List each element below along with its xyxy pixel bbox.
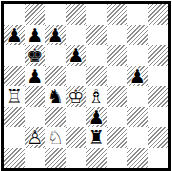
piece-halo: ♜ [4,86,25,107]
square-h5[interactable] [148,66,169,87]
piece-glyph-p: ♟ [66,45,87,66]
square-e7[interactable] [86,25,107,46]
piece-glyph-N: ♘ [45,127,66,148]
square-b6-black-piece-k[interactable]: ♚♚ [25,45,46,66]
square-b8[interactable] [25,4,46,25]
square-f3[interactable] [107,107,128,128]
square-a7-black-piece-p[interactable]: ♟♟ [4,25,25,46]
piece-glyph-B: ♗ [86,86,107,107]
square-c3[interactable] [45,107,66,128]
square-f5[interactable] [107,66,128,87]
square-g2[interactable] [127,127,148,148]
square-d3[interactable] [66,107,87,128]
square-g1[interactable] [127,148,148,169]
square-b1[interactable] [25,148,46,169]
piece-glyph-p: ♟ [45,25,66,46]
piece-halo: ♟ [25,25,46,46]
square-a3[interactable] [4,107,25,128]
piece-glyph-p: ♟ [4,25,25,46]
square-d8[interactable] [66,4,87,25]
piece-halo: ♟ [25,127,46,148]
square-c4-black-piece-n[interactable]: ♞♞ [45,86,66,107]
square-b5-black-piece-p[interactable]: ♟♟ [25,66,46,87]
piece-glyph-r: ♜ [86,127,107,148]
square-b7-black-piece-p[interactable]: ♟♟ [25,25,46,46]
square-a5[interactable] [4,66,25,87]
square-b4[interactable] [25,86,46,107]
square-f1[interactable] [107,148,128,169]
square-e5[interactable] [86,66,107,87]
piece-halo: ♟ [45,25,66,46]
square-f6[interactable] [107,45,128,66]
square-e1[interactable] [86,148,107,169]
piece-halo: ♟ [86,107,107,128]
square-d2[interactable] [66,127,87,148]
piece-halo: ♝ [86,86,107,107]
piece-glyph-n: ♞ [45,86,66,107]
square-h7[interactable] [148,25,169,46]
square-g6[interactable] [127,45,148,66]
square-g5-black-piece-p[interactable]: ♟♟ [127,66,148,87]
square-b2-white-piece-P[interactable]: ♟♙ [25,127,46,148]
square-a8[interactable] [4,4,25,25]
square-e4-white-piece-B[interactable]: ♝♗ [86,86,107,107]
square-b3[interactable] [25,107,46,128]
piece-glyph-k: ♚ [25,45,46,66]
piece-glyph-p: ♟ [127,66,148,87]
square-g4[interactable] [127,86,148,107]
square-c7-black-piece-p[interactable]: ♟♟ [45,25,66,46]
square-f2[interactable] [107,127,128,148]
piece-glyph-R: ♖ [4,86,25,107]
piece-halo: ♟ [25,66,46,87]
piece-halo: ♞ [45,86,66,107]
square-a6[interactable] [4,45,25,66]
square-d4-white-piece-K[interactable]: ♚♔ [66,86,87,107]
square-c1[interactable] [45,148,66,169]
chess-board-frame: ♟♟♟♟♟♟♚♚♟♟♟♟♟♟♜♖♞♞♚♔♝♗♟♟♟♙♞♘♜♜ [1,1,171,171]
piece-glyph-p: ♟ [86,107,107,128]
square-g7[interactable] [127,25,148,46]
square-h8[interactable] [148,4,169,25]
square-c6[interactable] [45,45,66,66]
square-d7[interactable] [66,25,87,46]
square-f7[interactable] [107,25,128,46]
square-h2[interactable] [148,127,169,148]
square-g8[interactable] [127,4,148,25]
square-e2-black-piece-r[interactable]: ♜♜ [86,127,107,148]
piece-halo: ♟ [4,25,25,46]
piece-glyph-p: ♟ [25,66,46,87]
piece-halo: ♟ [66,45,87,66]
square-g3[interactable] [127,107,148,128]
square-h4[interactable] [148,86,169,107]
piece-halo: ♚ [25,45,46,66]
square-f8[interactable] [107,4,128,25]
square-e3-black-piece-p[interactable]: ♟♟ [86,107,107,128]
square-e6[interactable] [86,45,107,66]
square-e8[interactable] [86,4,107,25]
square-h3[interactable] [148,107,169,128]
piece-halo: ♚ [66,86,87,107]
piece-halo: ♞ [45,127,66,148]
piece-halo: ♟ [127,66,148,87]
square-d5[interactable] [66,66,87,87]
square-c2-white-piece-N[interactable]: ♞♘ [45,127,66,148]
square-a1[interactable] [4,148,25,169]
square-c8[interactable] [45,4,66,25]
square-c5[interactable] [45,66,66,87]
piece-glyph-P: ♙ [25,127,46,148]
piece-halo: ♜ [86,127,107,148]
square-a2[interactable] [4,127,25,148]
square-d6-black-piece-p[interactable]: ♟♟ [66,45,87,66]
square-h6[interactable] [148,45,169,66]
square-f4[interactable] [107,86,128,107]
piece-glyph-K: ♔ [66,86,87,107]
square-d1[interactable] [66,148,87,169]
piece-glyph-p: ♟ [25,25,46,46]
square-a4-white-piece-R[interactable]: ♜♖ [4,86,25,107]
square-h1[interactable] [148,148,169,169]
chess-board: ♟♟♟♟♟♟♚♚♟♟♟♟♟♟♜♖♞♞♚♔♝♗♟♟♟♙♞♘♜♜ [4,4,168,168]
